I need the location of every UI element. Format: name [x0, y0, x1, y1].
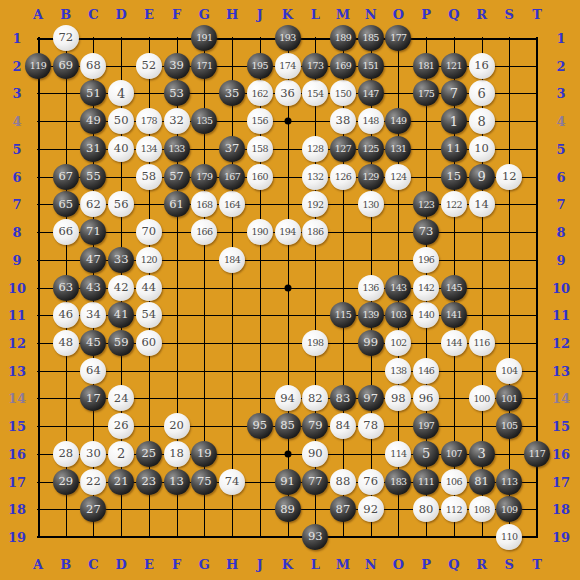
move-number: 138 [390, 366, 406, 376]
stone-W-C2[interactable]: 68 [80, 53, 106, 79]
stone-W-G7[interactable]: 168 [191, 191, 217, 217]
move-number: 198 [307, 338, 323, 348]
stone-W-B11[interactable]: 46 [53, 302, 79, 328]
row-label-left-14: 14 [8, 392, 26, 405]
stone-B-L15[interactable]: 79 [302, 413, 328, 439]
stone-B-K1[interactable]: 193 [275, 25, 301, 51]
stone-B-P3[interactable]: 175 [413, 80, 439, 106]
stone-W-Q12[interactable]: 144 [441, 330, 467, 356]
stone-B-M14[interactable]: 83 [330, 385, 356, 411]
move-number: 35 [225, 88, 240, 100]
move-number: 183 [390, 477, 406, 487]
row-label-right-8: 8 [556, 226, 565, 239]
col-label-top-H: H [226, 8, 238, 21]
col-label-top-A: A [33, 8, 43, 21]
move-number: 39 [169, 60, 184, 72]
stone-B-O4[interactable]: 149 [385, 108, 411, 134]
stone-W-L6[interactable]: 132 [302, 164, 328, 190]
stone-B-C4[interactable]: 49 [80, 108, 106, 134]
move-number: 171 [196, 61, 212, 71]
stone-W-E9[interactable]: 120 [136, 247, 162, 273]
stone-B-M11[interactable]: 115 [330, 302, 356, 328]
stone-B-J15[interactable]: 95 [247, 413, 273, 439]
move-number: 10 [474, 143, 489, 155]
stone-B-S18[interactable]: 109 [496, 496, 522, 522]
stone-W-L14[interactable]: 82 [302, 385, 328, 411]
stone-B-Q11[interactable]: 141 [441, 302, 467, 328]
row-label-right-10: 10 [552, 281, 570, 294]
stone-B-C6[interactable]: 55 [80, 164, 106, 190]
stone-W-D10[interactable]: 42 [108, 275, 134, 301]
stone-W-B12[interactable]: 48 [53, 330, 79, 356]
stone-B-O10[interactable]: 143 [385, 275, 411, 301]
stone-W-N10[interactable]: 136 [358, 275, 384, 301]
stone-B-F17[interactable]: 13 [164, 469, 190, 495]
stone-B-N14[interactable]: 97 [358, 385, 384, 411]
move-number: 68 [86, 60, 101, 72]
col-label-top-S: S [505, 8, 514, 21]
stone-W-D15[interactable]: 26 [108, 413, 134, 439]
move-number: 34 [86, 309, 101, 321]
stone-B-D17[interactable]: 21 [108, 469, 134, 495]
move-number: 87 [336, 504, 351, 516]
stone-B-H3[interactable]: 35 [219, 80, 245, 106]
stone-B-F7[interactable]: 61 [164, 191, 190, 217]
stone-W-O13[interactable]: 138 [385, 358, 411, 384]
stone-W-E12[interactable]: 60 [136, 330, 162, 356]
stone-W-O12[interactable]: 102 [385, 330, 411, 356]
stone-W-K3[interactable]: 36 [275, 80, 301, 106]
move-number: 71 [86, 226, 101, 238]
stone-W-F15[interactable]: 20 [164, 413, 190, 439]
stone-B-O1[interactable]: 177 [385, 25, 411, 51]
stone-B-P15[interactable]: 197 [413, 413, 439, 439]
stone-B-A2[interactable]: 119 [25, 53, 51, 79]
stone-W-R2[interactable]: 16 [469, 53, 495, 79]
stone-W-J8[interactable]: 190 [247, 219, 273, 245]
stone-B-N5[interactable]: 125 [358, 136, 384, 162]
row-label-right-9: 9 [556, 253, 565, 266]
stone-B-C12[interactable]: 45 [80, 330, 106, 356]
stone-W-R14[interactable]: 100 [469, 385, 495, 411]
stone-B-G17[interactable]: 75 [191, 469, 217, 495]
stone-W-K2[interactable]: 174 [275, 53, 301, 79]
move-number: 136 [362, 283, 378, 293]
stone-W-R18[interactable]: 108 [469, 496, 495, 522]
stone-B-C3[interactable]: 51 [80, 80, 106, 106]
move-number: 8 [477, 115, 485, 128]
stone-W-D16[interactable]: 2 [108, 441, 134, 467]
move-number: 181 [418, 61, 434, 71]
stone-W-S19[interactable]: 110 [496, 524, 522, 550]
row-label-right-18: 18 [552, 503, 570, 516]
stone-B-Q5[interactable]: 11 [441, 136, 467, 162]
stone-B-D11[interactable]: 41 [108, 302, 134, 328]
stone-W-E11[interactable]: 54 [136, 302, 162, 328]
move-number: 18 [169, 448, 184, 460]
stone-W-H7[interactable]: 164 [219, 191, 245, 217]
stone-B-B2[interactable]: 69 [53, 53, 79, 79]
col-label-bottom-E: E [144, 558, 154, 571]
stone-W-G8[interactable]: 166 [191, 219, 217, 245]
stone-B-Q2[interactable]: 121 [441, 53, 467, 79]
stone-W-N15[interactable]: 78 [358, 413, 384, 439]
stone-W-Q18[interactable]: 112 [441, 496, 467, 522]
stone-B-B7[interactable]: 65 [53, 191, 79, 217]
stone-W-F16[interactable]: 18 [164, 441, 190, 467]
stone-W-O16[interactable]: 114 [385, 441, 411, 467]
stone-B-O17[interactable]: 183 [385, 469, 411, 495]
move-number: 146 [418, 366, 434, 376]
col-label-bottom-M: M [336, 558, 350, 571]
move-number: 96 [419, 393, 434, 405]
row-label-right-5: 5 [556, 142, 565, 155]
move-number: 177 [390, 33, 406, 43]
row-label-left-5: 5 [12, 142, 21, 155]
row-label-right-19: 19 [552, 531, 570, 544]
stone-W-K8[interactable]: 194 [275, 219, 301, 245]
move-number: 126 [335, 172, 351, 182]
move-number: 116 [473, 338, 489, 348]
stone-B-K17[interactable]: 91 [275, 469, 301, 495]
move-number: 65 [58, 199, 73, 211]
move-number: 22 [86, 476, 101, 488]
col-label-top-O: O [393, 8, 404, 21]
stone-B-K15[interactable]: 85 [275, 413, 301, 439]
move-number: 15 [447, 171, 462, 183]
move-number: 33 [114, 254, 129, 266]
stone-W-L3[interactable]: 154 [302, 80, 328, 106]
move-number: 13 [169, 476, 184, 488]
col-label-top-Q: Q [448, 8, 459, 21]
stone-B-E16[interactable]: 25 [136, 441, 162, 467]
stone-B-M2[interactable]: 169 [330, 53, 356, 79]
stone-B-Q4[interactable]: 1 [441, 108, 467, 134]
stone-B-M5[interactable]: 127 [330, 136, 356, 162]
stone-B-G16[interactable]: 19 [191, 441, 217, 467]
col-label-bottom-B: B [60, 558, 71, 571]
stone-B-Q3[interactable]: 7 [441, 80, 467, 106]
move-number: 189 [335, 33, 351, 43]
move-number: 197 [418, 421, 434, 431]
stone-W-L8[interactable]: 186 [302, 219, 328, 245]
stone-B-C18[interactable]: 27 [80, 496, 106, 522]
move-number: 36 [280, 88, 295, 100]
stone-W-H17[interactable]: 74 [219, 469, 245, 495]
stone-B-F5[interactable]: 133 [164, 136, 190, 162]
stone-B-H5[interactable]: 37 [219, 136, 245, 162]
stone-W-L12[interactable]: 198 [302, 330, 328, 356]
move-number: 14 [474, 199, 489, 211]
move-number: 25 [142, 448, 157, 460]
stone-B-N12[interactable]: 99 [358, 330, 384, 356]
stone-W-E6[interactable]: 58 [136, 164, 162, 190]
stone-W-L5[interactable]: 128 [302, 136, 328, 162]
stone-W-L16[interactable]: 90 [302, 441, 328, 467]
move-number: 64 [86, 365, 101, 377]
row-label-left-8: 8 [12, 226, 21, 239]
stone-B-N3[interactable]: 147 [358, 80, 384, 106]
stone-W-C13[interactable]: 64 [80, 358, 106, 384]
move-number: 142 [418, 283, 434, 293]
stone-W-S6[interactable]: 12 [496, 164, 522, 190]
stone-B-J2[interactable]: 195 [247, 53, 273, 79]
stone-W-D7[interactable]: 56 [108, 191, 134, 217]
stone-B-Q10[interactable]: 145 [441, 275, 467, 301]
stone-W-P14[interactable]: 96 [413, 385, 439, 411]
stone-B-E17[interactable]: 23 [136, 469, 162, 495]
stone-B-B6[interactable]: 67 [53, 164, 79, 190]
stone-B-R17[interactable]: 81 [469, 469, 495, 495]
stone-B-Q16[interactable]: 107 [441, 441, 467, 467]
stone-W-J5[interactable]: 158 [247, 136, 273, 162]
stone-B-C9[interactable]: 47 [80, 247, 106, 273]
row-label-right-17: 17 [552, 475, 570, 488]
stone-W-N4[interactable]: 148 [358, 108, 384, 134]
move-number: 31 [86, 143, 101, 155]
col-label-top-C: C [88, 8, 98, 21]
row-label-left-16: 16 [8, 447, 26, 460]
move-number: 47 [86, 254, 101, 266]
stone-W-P18[interactable]: 80 [413, 496, 439, 522]
stone-B-P17[interactable]: 111 [413, 469, 439, 495]
stone-B-D9[interactable]: 33 [108, 247, 134, 273]
move-number: 135 [196, 116, 212, 126]
stone-W-N17[interactable]: 76 [358, 469, 384, 495]
move-number: 1 [450, 115, 458, 128]
move-number: 107 [446, 449, 462, 459]
stone-B-P16[interactable]: 5 [413, 441, 439, 467]
stone-W-S13[interactable]: 104 [496, 358, 522, 384]
move-number: 42 [114, 282, 129, 294]
stone-B-Q6[interactable]: 15 [441, 164, 467, 190]
col-label-bottom-T: T [532, 558, 542, 571]
stone-B-R16[interactable]: 3 [469, 441, 495, 467]
move-number: 192 [307, 200, 323, 210]
stone-B-C8[interactable]: 71 [80, 219, 106, 245]
move-number: 195 [252, 61, 268, 71]
stone-W-E4[interactable]: 178 [136, 108, 162, 134]
move-number: 91 [280, 476, 295, 488]
grid-hline-13 [37, 371, 538, 372]
stone-W-P9[interactable]: 196 [413, 247, 439, 273]
move-number: 99 [363, 337, 378, 349]
col-label-bottom-P: P [421, 558, 431, 571]
stone-W-B16[interactable]: 28 [53, 441, 79, 467]
stone-B-N6[interactable]: 129 [358, 164, 384, 190]
stone-W-D4[interactable]: 50 [108, 108, 134, 134]
stone-W-E8[interactable]: 70 [136, 219, 162, 245]
move-number: 66 [58, 226, 73, 238]
move-number: 185 [362, 33, 378, 43]
stone-W-M3[interactable]: 150 [330, 80, 356, 106]
stone-B-O5[interactable]: 131 [385, 136, 411, 162]
stone-W-R12[interactable]: 116 [469, 330, 495, 356]
stone-B-M1[interactable]: 189 [330, 25, 356, 51]
stone-W-C16[interactable]: 30 [80, 441, 106, 467]
stone-B-L17[interactable]: 77 [302, 469, 328, 495]
move-number: 149 [390, 116, 406, 126]
stone-B-G4[interactable]: 135 [191, 108, 217, 134]
stone-W-D14[interactable]: 24 [108, 385, 134, 411]
move-number: 194 [279, 227, 295, 237]
col-label-bottom-S: S [505, 558, 514, 571]
move-number: 123 [418, 200, 434, 210]
stone-W-R3[interactable]: 6 [469, 80, 495, 106]
stone-B-F3[interactable]: 53 [164, 80, 190, 106]
stone-W-M15[interactable]: 84 [330, 413, 356, 439]
stone-B-F6[interactable]: 57 [164, 164, 190, 190]
move-number: 28 [58, 448, 73, 460]
move-number: 32 [169, 115, 184, 127]
stone-W-H9[interactable]: 184 [219, 247, 245, 273]
stone-B-B10[interactable]: 63 [53, 275, 79, 301]
stone-W-J3[interactable]: 162 [247, 80, 273, 106]
stone-B-M18[interactable]: 87 [330, 496, 356, 522]
stone-B-S14[interactable]: 101 [496, 385, 522, 411]
move-number: 74 [225, 476, 240, 488]
move-number: 85 [280, 420, 295, 432]
stone-W-D3[interactable]: 4 [108, 80, 134, 106]
stone-W-C7[interactable]: 62 [80, 191, 106, 217]
stone-W-J4[interactable]: 156 [247, 108, 273, 134]
stone-B-P2[interactable]: 181 [413, 53, 439, 79]
move-number: 125 [362, 144, 378, 154]
stone-W-P10[interactable]: 142 [413, 275, 439, 301]
row-label-left-17: 17 [8, 475, 26, 488]
move-number: 77 [308, 476, 323, 488]
stone-W-R5[interactable]: 10 [469, 136, 495, 162]
move-number: 160 [252, 172, 268, 182]
stone-W-Q7[interactable]: 122 [441, 191, 467, 217]
move-number: 167 [224, 172, 240, 182]
stone-B-B17[interactable]: 29 [53, 469, 79, 495]
move-number: 51 [86, 88, 101, 100]
stone-B-C14[interactable]: 17 [80, 385, 106, 411]
move-number: 162 [252, 89, 268, 99]
stone-B-L2[interactable]: 173 [302, 53, 328, 79]
col-label-bottom-L: L [311, 558, 320, 571]
row-label-right-16: 16 [552, 447, 570, 460]
row-label-right-1: 1 [556, 32, 565, 45]
stone-W-C11[interactable]: 34 [80, 302, 106, 328]
move-number: 131 [390, 144, 406, 154]
move-number: 193 [279, 33, 295, 43]
stone-W-N7[interactable]: 130 [358, 191, 384, 217]
move-number: 16 [474, 60, 489, 72]
stone-W-L7[interactable]: 192 [302, 191, 328, 217]
move-number: 124 [390, 172, 406, 182]
stone-B-H6[interactable]: 167 [219, 164, 245, 190]
stone-B-L19[interactable]: 93 [302, 524, 328, 550]
move-number: 41 [114, 309, 129, 321]
row-label-left-7: 7 [12, 198, 21, 211]
stone-B-N2[interactable]: 151 [358, 53, 384, 79]
stone-W-D5[interactable]: 40 [108, 136, 134, 162]
move-number: 191 [196, 33, 212, 43]
stone-B-O11[interactable]: 103 [385, 302, 411, 328]
move-number: 3 [477, 447, 485, 460]
col-label-top-G: G [199, 8, 210, 21]
stone-B-G1[interactable]: 191 [191, 25, 217, 51]
stone-B-P7[interactable]: 123 [413, 191, 439, 217]
stone-W-Q17[interactable]: 106 [441, 469, 467, 495]
row-label-left-19: 19 [8, 531, 26, 544]
col-label-top-L: L [311, 8, 320, 21]
stone-B-T16[interactable]: 117 [524, 441, 550, 467]
stone-B-G6[interactable]: 179 [191, 164, 217, 190]
move-number: 63 [58, 282, 73, 294]
stone-W-F4[interactable]: 32 [164, 108, 190, 134]
col-label-top-T: T [532, 8, 542, 21]
move-number: 166 [196, 227, 212, 237]
move-number: 45 [86, 337, 101, 349]
row-label-right-14: 14 [552, 392, 570, 405]
move-number: 50 [114, 115, 129, 127]
stone-W-J6[interactable]: 160 [247, 164, 273, 190]
move-number: 129 [362, 172, 378, 182]
move-number: 70 [142, 226, 157, 238]
move-number: 151 [362, 61, 378, 71]
col-label-bottom-D: D [116, 558, 127, 571]
stone-B-K18[interactable]: 89 [275, 496, 301, 522]
stone-W-N18[interactable]: 92 [358, 496, 384, 522]
stone-B-P8[interactable]: 73 [413, 219, 439, 245]
move-number: 61 [169, 199, 184, 211]
stone-W-K14[interactable]: 94 [275, 385, 301, 411]
move-number: 164 [224, 200, 240, 210]
stone-B-S15[interactable]: 105 [496, 413, 522, 439]
stone-W-P11[interactable]: 140 [413, 302, 439, 328]
stone-W-B1[interactable]: 72 [53, 25, 79, 51]
stone-W-C17[interactable]: 22 [80, 469, 106, 495]
stone-B-R6[interactable]: 9 [469, 164, 495, 190]
stone-B-G2[interactable]: 171 [191, 53, 217, 79]
move-number: 179 [196, 172, 212, 182]
stone-W-E2[interactable]: 52 [136, 53, 162, 79]
col-label-bottom-F: F [172, 558, 181, 571]
stone-B-N11[interactable]: 139 [358, 302, 384, 328]
move-number: 12 [502, 171, 517, 183]
stone-W-O14[interactable]: 98 [385, 385, 411, 411]
stone-B-S17[interactable]: 113 [496, 469, 522, 495]
stone-W-R4[interactable]: 8 [469, 108, 495, 134]
move-number: 134 [141, 144, 157, 154]
stone-B-N1[interactable]: 185 [358, 25, 384, 51]
move-number: 55 [86, 171, 101, 183]
stone-B-F2[interactable]: 39 [164, 53, 190, 79]
stone-B-C5[interactable]: 31 [80, 136, 106, 162]
move-number: 109 [501, 505, 517, 515]
stone-W-R7[interactable]: 14 [469, 191, 495, 217]
move-number: 48 [58, 337, 73, 349]
stone-B-C10[interactable]: 43 [80, 275, 106, 301]
stone-B-D12[interactable]: 59 [108, 330, 134, 356]
stone-W-P13[interactable]: 146 [413, 358, 439, 384]
move-number: 90 [308, 448, 323, 460]
stone-W-M4[interactable]: 38 [330, 108, 356, 134]
move-number: 20 [169, 420, 184, 432]
col-label-bottom-J: J [257, 558, 263, 571]
move-number: 130 [362, 200, 378, 210]
stone-W-E10[interactable]: 44 [136, 275, 162, 301]
stone-W-M17[interactable]: 88 [330, 469, 356, 495]
stone-W-O6[interactable]: 124 [385, 164, 411, 190]
stone-W-B8[interactable]: 66 [53, 219, 79, 245]
row-label-left-9: 9 [12, 253, 21, 266]
stone-W-M6[interactable]: 126 [330, 164, 356, 190]
stone-W-E5[interactable]: 134 [136, 136, 162, 162]
